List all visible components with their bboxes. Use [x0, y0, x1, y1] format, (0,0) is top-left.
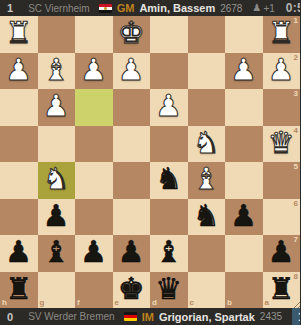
square-e3[interactable]	[113, 89, 151, 126]
file-label-a: a	[265, 299, 269, 307]
white-pawn-e2: ♟	[118, 55, 145, 85]
square-d6[interactable]	[150, 199, 188, 236]
file-label-e: e	[115, 299, 119, 307]
square-g5[interactable]: ♞	[38, 162, 76, 199]
black-queen-d8: ♛	[155, 274, 182, 304]
player-title-top: GM	[117, 2, 135, 14]
square-g3[interactable]: ♟	[38, 89, 76, 126]
player-bar-top[interactable]: 1 SC Viernheim GM Amin, Bassem 2678 ♟ +1…	[0, 0, 300, 16]
square-g2[interactable]: ♝	[38, 53, 76, 90]
square-h8[interactable]: ♜h	[0, 272, 38, 309]
square-c1[interactable]	[188, 16, 226, 53]
white-bishop-g2: ♝	[43, 55, 70, 85]
egypt-flag-icon	[99, 4, 112, 13]
white-rook-a1: ♜	[268, 18, 295, 48]
square-b5[interactable]	[225, 162, 263, 199]
player-name-top: Amin, Bassem	[139, 2, 215, 14]
black-pawn-b6: ♟	[230, 201, 257, 231]
square-f8[interactable]: f	[75, 272, 113, 309]
black-knight-d5: ♞	[155, 164, 182, 194]
file-label-g: g	[40, 299, 45, 307]
square-h7[interactable]: ♟	[0, 235, 38, 272]
file-label-d: d	[152, 299, 157, 307]
file-label-f: f	[77, 299, 80, 307]
rank-label-3: 3	[294, 90, 298, 98]
square-h5[interactable]	[0, 162, 38, 199]
square-c8[interactable]: c	[188, 272, 226, 309]
square-f6[interactable]	[75, 199, 113, 236]
player-rating-bottom: 2435	[260, 311, 282, 322]
team-name-bottom: SV Werder Bremen	[28, 311, 115, 322]
square-h1[interactable]: ♜	[0, 16, 38, 53]
player-title-bottom: IM	[142, 311, 154, 323]
team-score-top: 1	[7, 2, 13, 14]
square-h4[interactable]	[0, 126, 38, 163]
black-bishop-g7: ♝	[43, 237, 70, 267]
black-pawn-a7: ♟	[268, 237, 295, 267]
rank-label-2: 2	[294, 54, 298, 62]
rank-label-4: 4	[294, 127, 298, 135]
file-label-h: h	[2, 299, 7, 307]
black-knight-c6: ♞	[193, 201, 220, 231]
square-h2[interactable]: ♟	[0, 53, 38, 90]
germany-flag-icon	[124, 312, 137, 321]
square-d4[interactable]	[150, 126, 188, 163]
square-e6[interactable]	[113, 199, 151, 236]
square-g4[interactable]	[38, 126, 76, 163]
square-d1[interactable]	[150, 16, 188, 53]
square-g1[interactable]	[38, 16, 76, 53]
rank-label-7: 7	[294, 236, 298, 244]
square-d2[interactable]	[150, 53, 188, 90]
rank-label-5: 5	[294, 163, 298, 171]
black-pawn-f7: ♟	[80, 237, 107, 267]
square-b1[interactable]	[225, 16, 263, 53]
square-b6[interactable]: ♟	[225, 199, 263, 236]
material-value: +1	[263, 3, 274, 14]
square-e7[interactable]: ♟	[113, 235, 151, 272]
square-c6[interactable]: ♞	[188, 199, 226, 236]
white-pawn-g3: ♟	[43, 91, 70, 121]
white-knight-c4: ♞	[193, 128, 220, 158]
broadcast-game-widget: 1 SC Viernheim GM Amin, Bassem 2678 ♟ +1…	[0, 0, 300, 325]
square-d7[interactable]: ♝	[150, 235, 188, 272]
white-knight-g5: ♞	[43, 164, 70, 194]
square-c3[interactable]	[188, 89, 226, 126]
square-b7[interactable]	[225, 235, 263, 272]
square-f1[interactable]	[75, 16, 113, 53]
square-d5[interactable]: ♞	[150, 162, 188, 199]
clock-white: 0:52:54	[280, 0, 300, 16]
square-e4[interactable]	[113, 126, 151, 163]
player-name-bottom: Grigorian, Spartak	[159, 311, 255, 323]
square-h6[interactable]	[0, 199, 38, 236]
player-rating-top: 2678	[220, 3, 242, 14]
square-a1[interactable]: ♜1	[263, 16, 301, 53]
square-e2[interactable]: ♟	[113, 53, 151, 90]
black-king-e8: ♚	[118, 274, 145, 304]
white-pawn-h2: ♟	[5, 55, 32, 85]
square-b4[interactable]	[225, 126, 263, 163]
rank-label-6: 6	[294, 200, 298, 208]
square-e5[interactable]	[113, 162, 151, 199]
square-f5[interactable]	[75, 162, 113, 199]
white-pawn-a2: ♟	[268, 55, 295, 85]
square-h3[interactable]	[0, 89, 38, 126]
white-pawn-d3: ♟	[155, 91, 182, 121]
square-b2[interactable]: ♟	[225, 53, 263, 90]
square-e8[interactable]: ♚e	[113, 272, 151, 309]
white-pawn-b2: ♟	[230, 55, 257, 85]
square-a6[interactable]: 6	[263, 199, 301, 236]
rank-label-1: 1	[294, 17, 298, 25]
square-g6[interactable]: ♟	[38, 199, 76, 236]
square-a2[interactable]: ♟2	[263, 53, 301, 90]
material-advantage: ♟ +1	[252, 3, 274, 14]
white-bishop-c5: ♝	[193, 164, 220, 194]
square-f4[interactable]	[75, 126, 113, 163]
black-pawn-e7: ♟	[118, 237, 145, 267]
white-king-e1: ♚	[118, 18, 145, 48]
square-d8[interactable]: ♛d	[150, 272, 188, 309]
square-a5[interactable]: 5	[263, 162, 301, 199]
square-a8[interactable]: ♜a8	[263, 272, 301, 309]
black-bishop-d7: ♝	[155, 237, 182, 267]
square-g8[interactable]: g	[38, 272, 76, 309]
square-a7[interactable]: ♟7	[263, 235, 301, 272]
square-a4[interactable]: ♛4	[263, 126, 301, 163]
square-c7[interactable]	[188, 235, 226, 272]
team-score-bottom: 0	[7, 311, 13, 323]
black-pawn-g6: ♟	[43, 201, 70, 231]
white-pawn-f2: ♟	[80, 55, 107, 85]
black-pawn-h7: ♟	[5, 237, 32, 267]
chess-board[interactable]: ♜♚♜1♟♝♟♟♟♟2♟♟3♞♛4♞♞♝5♟♞♟6♟♝♟♟♝♟7♜hgf♚e♛d…	[0, 16, 300, 308]
square-c4[interactable]: ♞	[188, 126, 226, 163]
square-f3[interactable]	[75, 89, 113, 126]
square-b3[interactable]	[225, 89, 263, 126]
team-name-top: SC Viernheim	[28, 3, 90, 14]
square-a3[interactable]: 3	[263, 89, 301, 126]
square-c2[interactable]	[188, 53, 226, 90]
square-f2[interactable]: ♟	[75, 53, 113, 90]
square-d3[interactable]: ♟	[150, 89, 188, 126]
file-label-c: c	[190, 299, 194, 307]
player-bar-bottom[interactable]: 0 SV Werder Bremen IM Grigorian, Spartak…	[0, 308, 300, 325]
white-rook-h1: ♜	[5, 18, 32, 48]
square-c5[interactable]: ♝	[188, 162, 226, 199]
clock-black-active: 1:11:19	[292, 308, 300, 325]
white-queen-a4: ♛	[268, 128, 295, 158]
square-b8[interactable]: b	[225, 272, 263, 309]
black-rook-a8: ♜	[268, 274, 295, 304]
square-f7[interactable]: ♟	[75, 235, 113, 272]
black-rook-h8: ♜	[5, 274, 32, 304]
square-e1[interactable]: ♚	[113, 16, 151, 53]
square-g7[interactable]: ♝	[38, 235, 76, 272]
pawn-icon: ♟	[252, 3, 261, 13]
file-label-b: b	[227, 299, 232, 307]
rank-label-8: 8	[294, 273, 298, 281]
